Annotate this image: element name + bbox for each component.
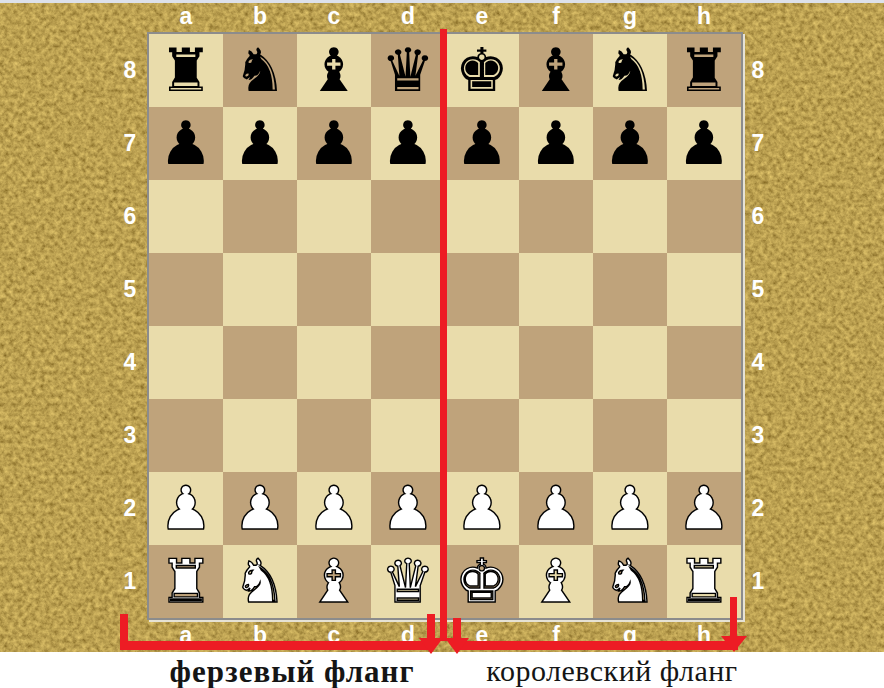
piece-white-pawn: ♟ — [307, 478, 361, 538]
square-c3[interactable] — [297, 399, 371, 472]
piece-white-rook: ♜ — [677, 551, 731, 611]
piece-white-knight: ♞ — [233, 551, 287, 611]
square-c6[interactable] — [297, 180, 371, 253]
piece-white-pawn: ♟ — [233, 478, 287, 538]
rank-labels-left: 87654321 — [112, 34, 148, 618]
piece-black-pawn: ♟ — [307, 113, 361, 173]
square-h4[interactable] — [667, 326, 741, 399]
rank-label-left-4: 4 — [112, 326, 148, 399]
piece-black-knight: ♞ — [603, 40, 657, 100]
square-f5[interactable] — [519, 253, 593, 326]
piece-white-pawn: ♟ — [677, 478, 731, 538]
square-d8[interactable]: ♛ — [371, 34, 445, 107]
rank-label-left-6: 6 — [112, 180, 148, 253]
piece-white-pawn: ♟ — [455, 478, 509, 538]
square-g8[interactable]: ♞ — [593, 34, 667, 107]
square-g4[interactable] — [593, 326, 667, 399]
square-h2[interactable]: ♟ — [667, 472, 741, 545]
kingside-caption: королевский фланг — [446, 654, 778, 688]
square-h3[interactable] — [667, 399, 741, 472]
square-a5[interactable] — [149, 253, 223, 326]
piece-white-pawn: ♟ — [603, 478, 657, 538]
rank-label-left-1: 1 — [112, 545, 148, 618]
piece-black-pawn: ♟ — [159, 113, 213, 173]
file-label-top-g: g — [593, 3, 667, 30]
piece-black-knight: ♞ — [233, 40, 287, 100]
square-f3[interactable] — [519, 399, 593, 472]
queenside-bracket — [120, 614, 430, 650]
piece-white-bishop: ♝ — [307, 551, 361, 611]
rank-label-left-5: 5 — [112, 253, 148, 326]
rank-label-left-3: 3 — [112, 399, 148, 472]
square-e1[interactable]: ♚ — [445, 545, 519, 618]
square-e8[interactable]: ♚ — [445, 34, 519, 107]
piece-white-king: ♚ — [455, 551, 509, 611]
square-e4[interactable] — [445, 326, 519, 399]
rank-label-left-8: 8 — [112, 34, 148, 107]
square-b6[interactable] — [223, 180, 297, 253]
rank-label-right-2: 2 — [740, 472, 776, 545]
square-c2[interactable]: ♟ — [297, 472, 371, 545]
square-b4[interactable] — [223, 326, 297, 399]
piece-white-knight: ♞ — [603, 551, 657, 611]
kingside-left-arrow-icon — [445, 638, 469, 654]
square-c4[interactable] — [297, 326, 371, 399]
square-a1[interactable]: ♜ — [149, 545, 223, 618]
square-a7[interactable]: ♟ — [149, 107, 223, 180]
piece-white-rook: ♜ — [159, 551, 213, 611]
square-b3[interactable] — [223, 399, 297, 472]
square-b1[interactable]: ♞ — [223, 545, 297, 618]
square-a6[interactable] — [149, 180, 223, 253]
square-e3[interactable] — [445, 399, 519, 472]
square-e5[interactable] — [445, 253, 519, 326]
piece-black-queen: ♛ — [381, 40, 435, 100]
square-g2[interactable]: ♟ — [593, 472, 667, 545]
square-d1[interactable]: ♛ — [371, 545, 445, 618]
rank-label-right-1: 1 — [740, 545, 776, 618]
rank-label-right-7: 7 — [740, 107, 776, 180]
rank-label-right-4: 4 — [740, 326, 776, 399]
file-label-top-d: d — [371, 3, 445, 30]
square-e6[interactable] — [445, 180, 519, 253]
piece-black-pawn: ♟ — [677, 113, 731, 173]
piece-black-pawn: ♟ — [603, 113, 657, 173]
rank-label-right-8: 8 — [740, 34, 776, 107]
file-label-top-f: f — [519, 3, 593, 30]
kingside-left-arrow-stem — [453, 618, 461, 640]
piece-white-queen: ♛ — [381, 551, 435, 611]
kingside-right-arrow-stem — [730, 597, 737, 638]
piece-black-bishop: ♝ — [307, 40, 361, 100]
square-h8[interactable]: ♜ — [667, 34, 741, 107]
piece-black-pawn: ♟ — [455, 113, 509, 173]
rank-label-right-6: 6 — [740, 180, 776, 253]
piece-black-rook: ♜ — [159, 40, 213, 100]
kingside-right-arrow-icon — [721, 636, 747, 652]
piece-white-bishop: ♝ — [529, 551, 583, 611]
rank-label-right-3: 3 — [740, 399, 776, 472]
square-a3[interactable] — [149, 399, 223, 472]
page: { "game": "chess", "position": "rnbqkbnr… — [0, 0, 884, 688]
kingside-bracket-bar — [458, 641, 738, 650]
square-g5[interactable] — [593, 253, 667, 326]
square-h6[interactable] — [667, 180, 741, 253]
piece-black-pawn: ♟ — [381, 113, 435, 173]
square-a2[interactable]: ♟ — [149, 472, 223, 545]
file-label-top-e: e — [445, 3, 519, 30]
square-b5[interactable] — [223, 253, 297, 326]
piece-white-pawn: ♟ — [381, 478, 435, 538]
square-f7[interactable]: ♟ — [519, 107, 593, 180]
square-f2[interactable]: ♟ — [519, 472, 593, 545]
square-d7[interactable]: ♟ — [371, 107, 445, 180]
square-g6[interactable] — [593, 180, 667, 253]
piece-black-pawn: ♟ — [529, 113, 583, 173]
square-c7[interactable]: ♟ — [297, 107, 371, 180]
flank-divider-line — [440, 29, 447, 641]
queenside-bracket-arrow-icon — [419, 638, 443, 654]
queenside-bracket-arrow-stem — [427, 614, 435, 640]
file-label-top-a: a — [149, 3, 223, 30]
square-b8[interactable]: ♞ — [223, 34, 297, 107]
piece-black-bishop: ♝ — [529, 40, 583, 100]
file-label-top-h: h — [667, 3, 741, 30]
piece-white-pawn: ♟ — [529, 478, 583, 538]
square-g7[interactable]: ♟ — [593, 107, 667, 180]
square-g3[interactable] — [593, 399, 667, 472]
square-f4[interactable] — [519, 326, 593, 399]
square-h5[interactable] — [667, 253, 741, 326]
piece-black-king: ♚ — [455, 40, 509, 100]
piece-black-rook: ♜ — [677, 40, 731, 100]
square-b7[interactable]: ♟ — [223, 107, 297, 180]
rank-label-left-7: 7 — [112, 107, 148, 180]
square-h7[interactable]: ♟ — [667, 107, 741, 180]
file-label-top-b: b — [223, 3, 297, 30]
square-f1[interactable]: ♝ — [519, 545, 593, 618]
rank-label-left-2: 2 — [112, 472, 148, 545]
square-c8[interactable]: ♝ — [297, 34, 371, 107]
queenside-caption: ферзевый фланг — [118, 654, 466, 688]
square-f6[interactable] — [519, 180, 593, 253]
square-d3[interactable] — [371, 399, 445, 472]
file-labels-top: abcdefgh — [149, 3, 741, 30]
square-d5[interactable] — [371, 253, 445, 326]
square-d2[interactable]: ♟ — [371, 472, 445, 545]
piece-black-pawn: ♟ — [233, 113, 287, 173]
piece-white-pawn: ♟ — [159, 478, 213, 538]
square-a8[interactable]: ♜ — [149, 34, 223, 107]
rank-labels-right: 87654321 — [740, 34, 776, 618]
square-f8[interactable]: ♝ — [519, 34, 593, 107]
square-d4[interactable] — [371, 326, 445, 399]
square-c1[interactable]: ♝ — [297, 545, 371, 618]
square-c5[interactable] — [297, 253, 371, 326]
file-label-top-c: c — [297, 3, 371, 30]
square-a4[interactable] — [149, 326, 223, 399]
square-d6[interactable] — [371, 180, 445, 253]
square-e7[interactable]: ♟ — [445, 107, 519, 180]
square-b2[interactable]: ♟ — [223, 472, 297, 545]
rank-label-right-5: 5 — [740, 253, 776, 326]
square-g1[interactable]: ♞ — [593, 545, 667, 618]
square-e2[interactable]: ♟ — [445, 472, 519, 545]
